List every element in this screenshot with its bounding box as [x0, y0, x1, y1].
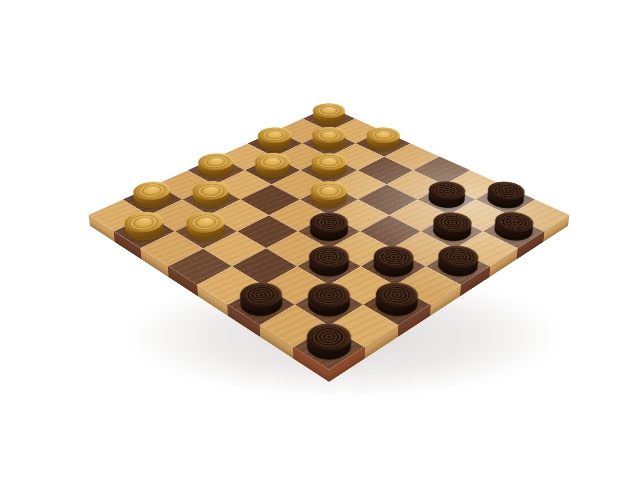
light-checker-piece[interactable]: [303, 186, 354, 213]
dark-checker-piece[interactable]: [302, 217, 356, 246]
dark-checker-piece[interactable]: [301, 251, 357, 283]
scene: [0, 0, 640, 480]
